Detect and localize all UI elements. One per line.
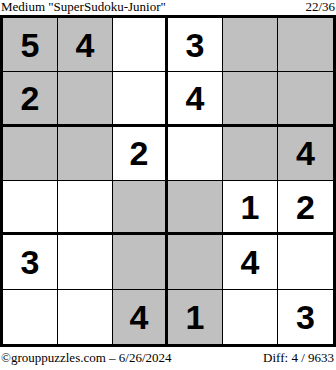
board: 54324241234413 [0,15,336,347]
cell-r1c3-empty[interactable] [113,18,168,72]
cell-r4c1-empty[interactable] [3,181,58,235]
cell-r2c1-given: 2 [3,72,58,126]
difficulty-text: Diff: 4 / 9633 [263,350,334,366]
cell-r1c4-given: 3 [168,18,223,72]
cell-r1c6-empty[interactable] [278,18,333,72]
copyright-text: ©grouppuzzles.com – 6/26/2024 [1,350,172,366]
cell-r5c6-empty[interactable] [278,235,333,289]
cell-r6c5-empty[interactable] [223,290,278,344]
cell-r6c6-given: 3 [278,290,333,344]
cell-r5c3-empty[interactable] [113,235,168,289]
cell-r6c1-empty[interactable] [3,290,58,344]
cell-r1c5-empty[interactable] [223,18,278,72]
header: Medium "SuperSudoku-Junior" 22/36 [0,0,336,15]
cell-r3c6-given: 4 [278,127,333,181]
cell-r3c4-empty[interactable] [168,127,223,181]
cell-r5c1-given: 3 [3,235,58,289]
cell-r2c3-empty[interactable] [113,72,168,126]
footer: ©grouppuzzles.com – 6/26/2024 Diff: 4 / … [0,347,336,370]
cell-r2c2-empty[interactable] [58,72,113,126]
cell-r6c2-empty[interactable] [58,290,113,344]
progress-counter: 22/36 [305,0,335,14]
cell-r6c4-given: 1 [168,290,223,344]
cell-r1c1-given: 5 [3,18,58,72]
cell-r4c5-given: 1 [223,181,278,235]
cell-r4c6-given: 2 [278,181,333,235]
cell-r3c2-empty[interactable] [58,127,113,181]
cell-r2c4-given: 4 [168,72,223,126]
cell-r6c3-given: 4 [113,290,168,344]
cell-r2c5-empty[interactable] [223,72,278,126]
cell-r4c2-empty[interactable] [58,181,113,235]
cell-r3c1-empty[interactable] [3,127,58,181]
cell-r5c5-given: 4 [223,235,278,289]
cell-r2c6-empty[interactable] [278,72,333,126]
puzzle-title: Medium "SuperSudoku-Junior" [1,0,166,14]
cell-r4c3-empty[interactable] [113,181,168,235]
cell-r3c5-empty[interactable] [223,127,278,181]
cell-r5c2-empty[interactable] [58,235,113,289]
cell-r4c4-empty[interactable] [168,181,223,235]
cell-r5c4-empty[interactable] [168,235,223,289]
cell-r3c3-given: 2 [113,127,168,181]
cell-r1c2-given: 4 [58,18,113,72]
